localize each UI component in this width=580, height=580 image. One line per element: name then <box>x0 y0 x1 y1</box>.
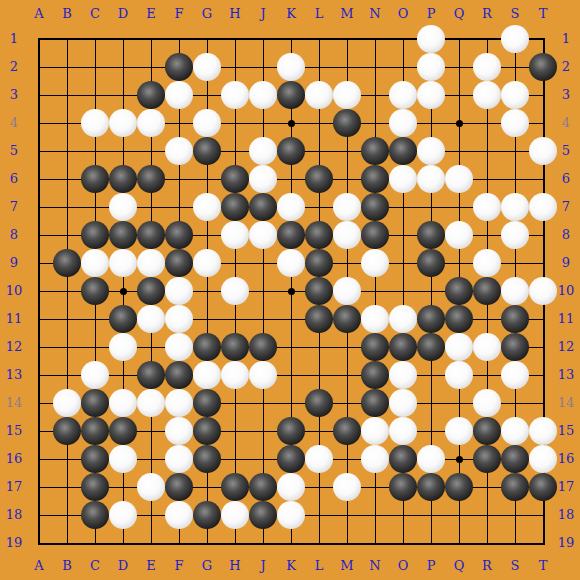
white-stone-P2 <box>417 53 445 81</box>
white-stone-S8 <box>501 221 529 249</box>
black-stone-C15 <box>81 417 109 445</box>
white-stone-J13 <box>249 361 277 389</box>
white-stone-T5 <box>529 137 557 165</box>
black-stone-G15 <box>193 417 221 445</box>
row-label-right: 12 <box>553 339 579 355</box>
black-stone-K3 <box>277 81 305 109</box>
white-stone-T15 <box>529 417 557 445</box>
black-stone-N5 <box>361 137 389 165</box>
column-label-bottom: K <box>281 558 301 574</box>
white-stone-G9 <box>193 249 221 277</box>
white-stone-J5 <box>249 137 277 165</box>
white-stone-N9 <box>361 249 389 277</box>
black-stone-Q17 <box>445 473 473 501</box>
column-label-bottom: D <box>113 558 133 574</box>
black-stone-C6 <box>81 165 109 193</box>
column-label-top: J <box>253 6 273 22</box>
column-label-bottom: F <box>169 558 189 574</box>
black-stone-F9 <box>165 249 193 277</box>
black-stone-C14 <box>81 389 109 417</box>
white-stone-S1 <box>501 25 529 53</box>
black-stone-F8 <box>165 221 193 249</box>
white-stone-C9 <box>81 249 109 277</box>
row-label-left: 12 <box>1 339 27 355</box>
white-stone-Q6 <box>445 165 473 193</box>
white-stone-O15 <box>389 417 417 445</box>
black-stone-M15 <box>333 417 361 445</box>
black-stone-J12 <box>249 333 277 361</box>
white-stone-G4 <box>193 109 221 137</box>
black-stone-J17 <box>249 473 277 501</box>
black-stone-J18 <box>249 501 277 529</box>
white-stone-K18 <box>277 501 305 529</box>
row-label-left: 8 <box>1 227 27 243</box>
white-stone-H3 <box>221 81 249 109</box>
white-stone-S10 <box>501 277 529 305</box>
white-stone-F18 <box>165 501 193 529</box>
white-stone-R2 <box>473 53 501 81</box>
column-label-bottom: L <box>309 558 329 574</box>
black-stone-C17 <box>81 473 109 501</box>
black-stone-L8 <box>305 221 333 249</box>
black-stone-T17 <box>529 473 557 501</box>
white-stone-R7 <box>473 193 501 221</box>
white-stone-O6 <box>389 165 417 193</box>
white-stone-F10 <box>165 277 193 305</box>
black-stone-C18 <box>81 501 109 529</box>
row-label-left: 3 <box>1 87 27 103</box>
white-stone-H18 <box>221 501 249 529</box>
white-stone-G13 <box>193 361 221 389</box>
black-stone-D11 <box>109 305 137 333</box>
white-stone-J3 <box>249 81 277 109</box>
row-label-right: 1 <box>553 31 579 47</box>
white-stone-G7 <box>193 193 221 221</box>
black-stone-G18 <box>193 501 221 529</box>
star-point <box>288 120 295 127</box>
black-stone-G14 <box>193 389 221 417</box>
row-label-right: 8 <box>553 227 579 243</box>
white-stone-K7 <box>277 193 305 221</box>
white-stone-M10 <box>333 277 361 305</box>
white-stone-E9 <box>137 249 165 277</box>
white-stone-B14 <box>53 389 81 417</box>
row-label-left: 6 <box>1 171 27 187</box>
black-stone-K15 <box>277 417 305 445</box>
column-label-bottom: O <box>393 558 413 574</box>
black-stone-H17 <box>221 473 249 501</box>
white-stone-H10 <box>221 277 249 305</box>
column-label-top: T <box>533 6 553 22</box>
column-label-top: N <box>365 6 385 22</box>
black-stone-M4 <box>333 109 361 137</box>
column-label-top: D <box>113 6 133 22</box>
black-stone-D15 <box>109 417 137 445</box>
white-stone-D16 <box>109 445 137 473</box>
black-stone-L10 <box>305 277 333 305</box>
black-stone-O16 <box>389 445 417 473</box>
black-stone-R15 <box>473 417 501 445</box>
column-label-top: L <box>309 6 329 22</box>
white-stone-M17 <box>333 473 361 501</box>
black-stone-K16 <box>277 445 305 473</box>
white-stone-E14 <box>137 389 165 417</box>
column-label-top: C <box>85 6 105 22</box>
black-stone-C8 <box>81 221 109 249</box>
white-stone-M8 <box>333 221 361 249</box>
column-label-top: O <box>393 6 413 22</box>
white-stone-C4 <box>81 109 109 137</box>
white-stone-T7 <box>529 193 557 221</box>
black-stone-F2 <box>165 53 193 81</box>
black-stone-H6 <box>221 165 249 193</box>
white-stone-F12 <box>165 333 193 361</box>
white-stone-D7 <box>109 193 137 221</box>
row-label-left: 11 <box>1 311 27 327</box>
row-label-left: 19 <box>1 535 27 551</box>
black-stone-Q11 <box>445 305 473 333</box>
black-stone-S16 <box>501 445 529 473</box>
black-stone-F13 <box>165 361 193 389</box>
white-stone-K9 <box>277 249 305 277</box>
black-stone-P12 <box>417 333 445 361</box>
black-stone-P9 <box>417 249 445 277</box>
white-stone-P6 <box>417 165 445 193</box>
star-point <box>456 456 463 463</box>
row-label-left: 4 <box>1 115 27 131</box>
black-stone-P8 <box>417 221 445 249</box>
white-stone-S3 <box>501 81 529 109</box>
black-stone-G12 <box>193 333 221 361</box>
white-stone-S7 <box>501 193 529 221</box>
black-stone-D6 <box>109 165 137 193</box>
row-label-right: 9 <box>553 255 579 271</box>
black-stone-N14 <box>361 389 389 417</box>
white-stone-Q15 <box>445 417 473 445</box>
white-stone-T16 <box>529 445 557 473</box>
column-label-top: M <box>337 6 357 22</box>
column-label-bottom: E <box>141 558 161 574</box>
white-stone-C13 <box>81 361 109 389</box>
white-stone-S4 <box>501 109 529 137</box>
white-stone-D4 <box>109 109 137 137</box>
row-label-left: 7 <box>1 199 27 215</box>
column-label-top: P <box>421 6 441 22</box>
column-label-bottom: S <box>505 558 525 574</box>
white-stone-J8 <box>249 221 277 249</box>
white-stone-P1 <box>417 25 445 53</box>
white-stone-N15 <box>361 417 389 445</box>
black-stone-T2 <box>529 53 557 81</box>
white-stone-F15 <box>165 417 193 445</box>
black-stone-R10 <box>473 277 501 305</box>
column-label-bottom: H <box>225 558 245 574</box>
white-stone-L16 <box>305 445 333 473</box>
white-stone-T10 <box>529 277 557 305</box>
star-point <box>120 288 127 295</box>
white-stone-F5 <box>165 137 193 165</box>
black-stone-S11 <box>501 305 529 333</box>
white-stone-M3 <box>333 81 361 109</box>
black-stone-F17 <box>165 473 193 501</box>
white-stone-E11 <box>137 305 165 333</box>
white-stone-O14 <box>389 389 417 417</box>
black-stone-D8 <box>109 221 137 249</box>
column-label-bottom: B <box>57 558 77 574</box>
black-stone-N12 <box>361 333 389 361</box>
black-stone-G5 <box>193 137 221 165</box>
black-stone-S12 <box>501 333 529 361</box>
row-label-right: 18 <box>553 507 579 523</box>
white-stone-N11 <box>361 305 389 333</box>
white-stone-O4 <box>389 109 417 137</box>
black-stone-L11 <box>305 305 333 333</box>
column-label-top: K <box>281 6 301 22</box>
black-stone-N8 <box>361 221 389 249</box>
row-label-left: 2 <box>1 59 27 75</box>
white-stone-J6 <box>249 165 277 193</box>
black-stone-K5 <box>277 137 305 165</box>
black-stone-L6 <box>305 165 333 193</box>
black-stone-O5 <box>389 137 417 165</box>
column-label-top: R <box>477 6 497 22</box>
white-stone-K17 <box>277 473 305 501</box>
column-label-bottom: G <box>197 558 217 574</box>
white-stone-R12 <box>473 333 501 361</box>
black-stone-E13 <box>137 361 165 389</box>
black-stone-B15 <box>53 417 81 445</box>
black-stone-C16 <box>81 445 109 473</box>
black-stone-E6 <box>137 165 165 193</box>
white-stone-D18 <box>109 501 137 529</box>
black-stone-R16 <box>473 445 501 473</box>
white-stone-F11 <box>165 305 193 333</box>
black-stone-C10 <box>81 277 109 305</box>
black-stone-P11 <box>417 305 445 333</box>
black-stone-G16 <box>193 445 221 473</box>
white-stone-O13 <box>389 361 417 389</box>
white-stone-F14 <box>165 389 193 417</box>
black-stone-O12 <box>389 333 417 361</box>
white-stone-F16 <box>165 445 193 473</box>
column-label-top: F <box>169 6 189 22</box>
black-stone-H7 <box>221 193 249 221</box>
white-stone-D14 <box>109 389 137 417</box>
column-label-bottom: N <box>365 558 385 574</box>
row-label-right: 19 <box>553 535 579 551</box>
go-board[interactable]: AABBCCDDEEFFGGHHJJKKLLMMNNOOPPQQRRSSTT11… <box>0 0 580 580</box>
black-stone-N7 <box>361 193 389 221</box>
white-stone-P16 <box>417 445 445 473</box>
column-label-bottom: A <box>29 558 49 574</box>
white-stone-F3 <box>165 81 193 109</box>
column-label-top: Q <box>449 6 469 22</box>
black-stone-N13 <box>361 361 389 389</box>
column-label-top: H <box>225 6 245 22</box>
black-stone-H12 <box>221 333 249 361</box>
row-label-right: 14 <box>553 395 579 411</box>
white-stone-D9 <box>109 249 137 277</box>
white-stone-P3 <box>417 81 445 109</box>
black-stone-L14 <box>305 389 333 417</box>
row-label-right: 13 <box>553 367 579 383</box>
black-stone-O17 <box>389 473 417 501</box>
column-label-top: G <box>197 6 217 22</box>
row-label-left: 1 <box>1 31 27 47</box>
white-stone-S13 <box>501 361 529 389</box>
white-stone-E17 <box>137 473 165 501</box>
white-stone-Q8 <box>445 221 473 249</box>
white-stone-N16 <box>361 445 389 473</box>
column-label-top: S <box>505 6 525 22</box>
black-stone-B9 <box>53 249 81 277</box>
white-stone-Q13 <box>445 361 473 389</box>
black-stone-L9 <box>305 249 333 277</box>
row-label-left: 14 <box>1 395 27 411</box>
white-stone-S15 <box>501 417 529 445</box>
row-label-left: 10 <box>1 283 27 299</box>
white-stone-R9 <box>473 249 501 277</box>
star-point <box>288 288 295 295</box>
white-stone-M7 <box>333 193 361 221</box>
white-stone-K2 <box>277 53 305 81</box>
column-label-bottom: M <box>337 558 357 574</box>
white-stone-R3 <box>473 81 501 109</box>
column-label-bottom: R <box>477 558 497 574</box>
column-label-bottom: J <box>253 558 273 574</box>
white-stone-D12 <box>109 333 137 361</box>
black-stone-N6 <box>361 165 389 193</box>
black-stone-E3 <box>137 81 165 109</box>
white-stone-O11 <box>389 305 417 333</box>
row-label-left: 9 <box>1 255 27 271</box>
column-label-bottom: P <box>421 558 441 574</box>
column-label-bottom: C <box>85 558 105 574</box>
row-label-left: 13 <box>1 367 27 383</box>
column-label-top: E <box>141 6 161 22</box>
black-stone-K8 <box>277 221 305 249</box>
white-stone-E4 <box>137 109 165 137</box>
white-stone-P5 <box>417 137 445 165</box>
row-label-left: 17 <box>1 479 27 495</box>
black-stone-J7 <box>249 193 277 221</box>
white-stone-L3 <box>305 81 333 109</box>
column-label-bottom: T <box>533 558 553 574</box>
column-label-bottom: Q <box>449 558 469 574</box>
row-label-right: 6 <box>553 171 579 187</box>
column-label-top: A <box>29 6 49 22</box>
row-label-right: 11 <box>553 311 579 327</box>
white-stone-R14 <box>473 389 501 417</box>
white-stone-H13 <box>221 361 249 389</box>
black-stone-M11 <box>333 305 361 333</box>
white-stone-Q12 <box>445 333 473 361</box>
white-stone-G2 <box>193 53 221 81</box>
row-label-right: 4 <box>553 115 579 131</box>
white-stone-O3 <box>389 81 417 109</box>
black-stone-P17 <box>417 473 445 501</box>
black-stone-E8 <box>137 221 165 249</box>
star-point <box>456 120 463 127</box>
black-stone-Q10 <box>445 277 473 305</box>
white-stone-H8 <box>221 221 249 249</box>
black-stone-E10 <box>137 277 165 305</box>
row-label-left: 16 <box>1 451 27 467</box>
row-label-left: 18 <box>1 507 27 523</box>
row-label-left: 15 <box>1 423 27 439</box>
column-label-top: B <box>57 6 77 22</box>
row-label-left: 5 <box>1 143 27 159</box>
row-label-right: 3 <box>553 87 579 103</box>
black-stone-S17 <box>501 473 529 501</box>
